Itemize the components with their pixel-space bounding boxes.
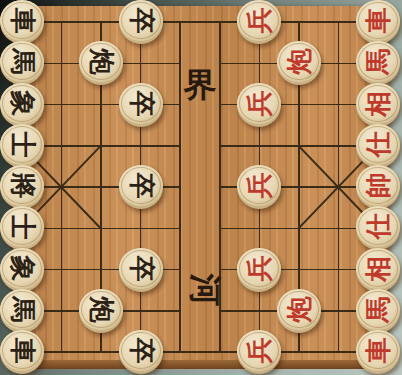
piece-glyph: 仕 — [358, 205, 399, 249]
piece-glyph: 將 — [2, 164, 43, 208]
piece-glyph: 相 — [358, 81, 399, 125]
piece-red-advisor[interactable]: 仕 — [356, 206, 400, 250]
piece-face: 相 — [356, 83, 400, 124]
piece-glyph: 士 — [2, 122, 43, 166]
piece-glyph: 卒 — [120, 81, 161, 125]
piece-red-soldier[interactable]: 兵 — [237, 165, 281, 209]
piece-black-general[interactable]: 將 — [0, 165, 44, 209]
piece-face: 兵 — [237, 0, 281, 41]
piece-black-soldier[interactable]: 卒 — [119, 0, 163, 44]
piece-face: 士 — [0, 206, 44, 247]
piece-red-horse[interactable]: 馬 — [356, 289, 400, 333]
piece-glyph: 兵 — [239, 164, 280, 208]
piece-red-chariot[interactable]: 車 — [356, 330, 400, 374]
piece-face: 象 — [0, 248, 44, 289]
piece-face: 象 — [0, 83, 44, 124]
piece-face: 車 — [356, 330, 400, 371]
piece-glyph: 士 — [2, 205, 43, 249]
piece-black-advisor[interactable]: 士 — [0, 206, 44, 250]
piece-black-advisor[interactable]: 士 — [0, 124, 44, 168]
piece-glyph: 馬 — [2, 287, 43, 331]
piece-glyph: 車 — [358, 329, 399, 373]
piece-face: 炮 — [277, 289, 321, 330]
piece-red-cannon[interactable]: 炮 — [277, 289, 321, 333]
piece-glyph: 卒 — [120, 164, 161, 208]
piece-red-chariot[interactable]: 車 — [356, 0, 400, 44]
piece-glyph: 象 — [2, 81, 43, 125]
piece-red-soldier[interactable]: 兵 — [237, 83, 281, 127]
piece-face: 卒 — [119, 0, 163, 41]
piece-face: 卒 — [119, 330, 163, 371]
piece-face: 車 — [356, 0, 400, 41]
piece-black-chariot[interactable]: 車 — [0, 330, 44, 374]
piece-glyph: 炮 — [81, 40, 122, 84]
piece-black-soldier[interactable]: 卒 — [119, 83, 163, 127]
piece-glyph: 象 — [2, 246, 43, 290]
piece-glyph: 相 — [358, 246, 399, 290]
piece-face: 帥 — [356, 165, 400, 206]
piece-black-horse[interactable]: 馬 — [0, 41, 44, 85]
piece-face: 士 — [0, 124, 44, 165]
piece-glyph: 炮 — [81, 287, 122, 331]
piece-face: 車 — [0, 0, 44, 41]
piece-red-elephant[interactable]: 相 — [356, 83, 400, 127]
piece-black-soldier[interactable]: 卒 — [119, 165, 163, 209]
piece-face: 炮 — [277, 41, 321, 82]
piece-black-elephant[interactable]: 象 — [0, 83, 44, 127]
piece-red-elephant[interactable]: 相 — [356, 248, 400, 292]
piece-face: 相 — [356, 248, 400, 289]
piece-glyph: 兵 — [239, 329, 280, 373]
piece-glyph: 帥 — [358, 164, 399, 208]
piece-glyph: 卒 — [120, 246, 161, 290]
xiangqi-photo: 界 河 車馬象士將士象馬車炮炮卒卒卒卒卒兵兵兵兵兵炮炮車馬相仕帥仕相馬車 — [0, 0, 402, 375]
piece-black-soldier[interactable]: 卒 — [119, 248, 163, 292]
piece-face: 馬 — [356, 41, 400, 82]
piece-glyph: 兵 — [239, 81, 280, 125]
piece-face: 馬 — [0, 41, 44, 82]
piece-face: 仕 — [356, 124, 400, 165]
piece-glyph: 卒 — [120, 0, 161, 43]
piece-red-soldier[interactable]: 兵 — [237, 248, 281, 292]
piece-glyph: 馬 — [358, 40, 399, 84]
piece-black-chariot[interactable]: 車 — [0, 0, 44, 44]
piece-face: 兵 — [237, 248, 281, 289]
piece-glyph: 兵 — [239, 246, 280, 290]
piece-glyph: 車 — [2, 329, 43, 373]
piece-red-advisor[interactable]: 仕 — [356, 124, 400, 168]
piece-face: 馬 — [0, 289, 44, 330]
piece-red-soldier[interactable]: 兵 — [237, 0, 281, 44]
piece-red-horse[interactable]: 馬 — [356, 41, 400, 85]
piece-black-soldier[interactable]: 卒 — [119, 330, 163, 374]
piece-face: 馬 — [356, 289, 400, 330]
piece-glyph: 仕 — [358, 122, 399, 166]
piece-face: 兵 — [237, 330, 281, 371]
piece-glyph: 卒 — [120, 329, 161, 373]
piece-glyph: 車 — [2, 0, 43, 43]
piece-red-soldier[interactable]: 兵 — [237, 330, 281, 374]
piece-red-cannon[interactable]: 炮 — [277, 41, 321, 85]
piece-black-cannon[interactable]: 炮 — [79, 41, 123, 85]
piece-red-general[interactable]: 帥 — [356, 165, 400, 209]
piece-face: 炮 — [79, 289, 123, 330]
piece-face: 兵 — [237, 165, 281, 206]
piece-black-elephant[interactable]: 象 — [0, 248, 44, 292]
pieces-layer: 車馬象士將士象馬車炮炮卒卒卒卒卒兵兵兵兵兵炮炮車馬相仕帥仕相馬車 — [0, 0, 402, 375]
piece-face: 兵 — [237, 83, 281, 124]
piece-glyph: 兵 — [239, 0, 280, 43]
piece-face: 將 — [0, 165, 44, 206]
piece-face: 車 — [0, 330, 44, 371]
piece-face: 卒 — [119, 165, 163, 206]
piece-face: 卒 — [119, 248, 163, 289]
piece-glyph: 車 — [358, 0, 399, 43]
piece-face: 炮 — [79, 41, 123, 82]
piece-glyph: 炮 — [278, 40, 319, 84]
piece-glyph: 馬 — [358, 287, 399, 331]
piece-black-horse[interactable]: 馬 — [0, 289, 44, 333]
piece-face: 仕 — [356, 206, 400, 247]
piece-glyph: 炮 — [278, 287, 319, 331]
piece-face: 卒 — [119, 83, 163, 124]
piece-glyph: 馬 — [2, 40, 43, 84]
piece-black-cannon[interactable]: 炮 — [79, 289, 123, 333]
